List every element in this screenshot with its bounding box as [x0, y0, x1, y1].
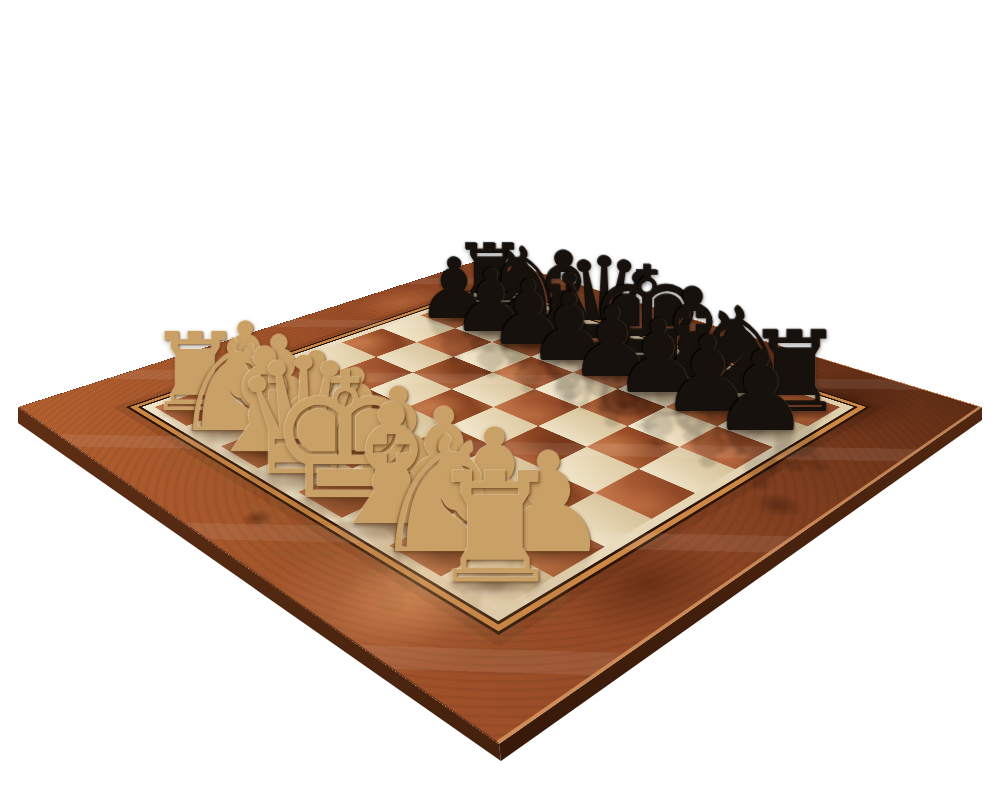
chess-board — [18, 257, 982, 744]
board-grid — [155, 291, 840, 610]
chess-set-photo: ♜♜♞♞♝♝♛♛♚♚♝♝♞♞♜♜♟♟♟♟♟♟♟♟♟♟♟♟♟♟♟♟♟♟♟♟♟♟♟♟… — [0, 0, 1000, 800]
